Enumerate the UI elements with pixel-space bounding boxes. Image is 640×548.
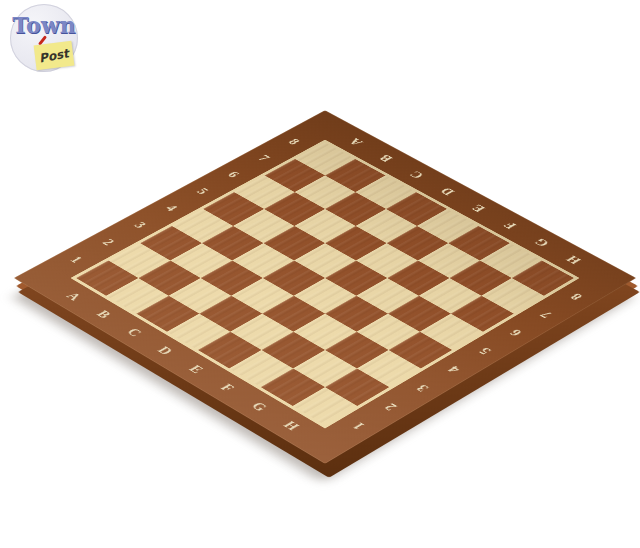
townpost-logo: Town Post (10, 4, 78, 72)
logo-town-text: Town (10, 13, 78, 37)
page-background: { "window": { "background": "#ffffff", "… (0, 0, 640, 548)
board-field (76, 143, 574, 425)
chessboard: AABBCCDDEEFFGGHH8877665544332211 (105, 58, 545, 498)
logo-post-text: Post (38, 46, 70, 65)
board-face: AABBCCDDEEFFGGHH8877665544332211 (14, 110, 636, 463)
logo-sticky-note: Post (34, 41, 75, 70)
